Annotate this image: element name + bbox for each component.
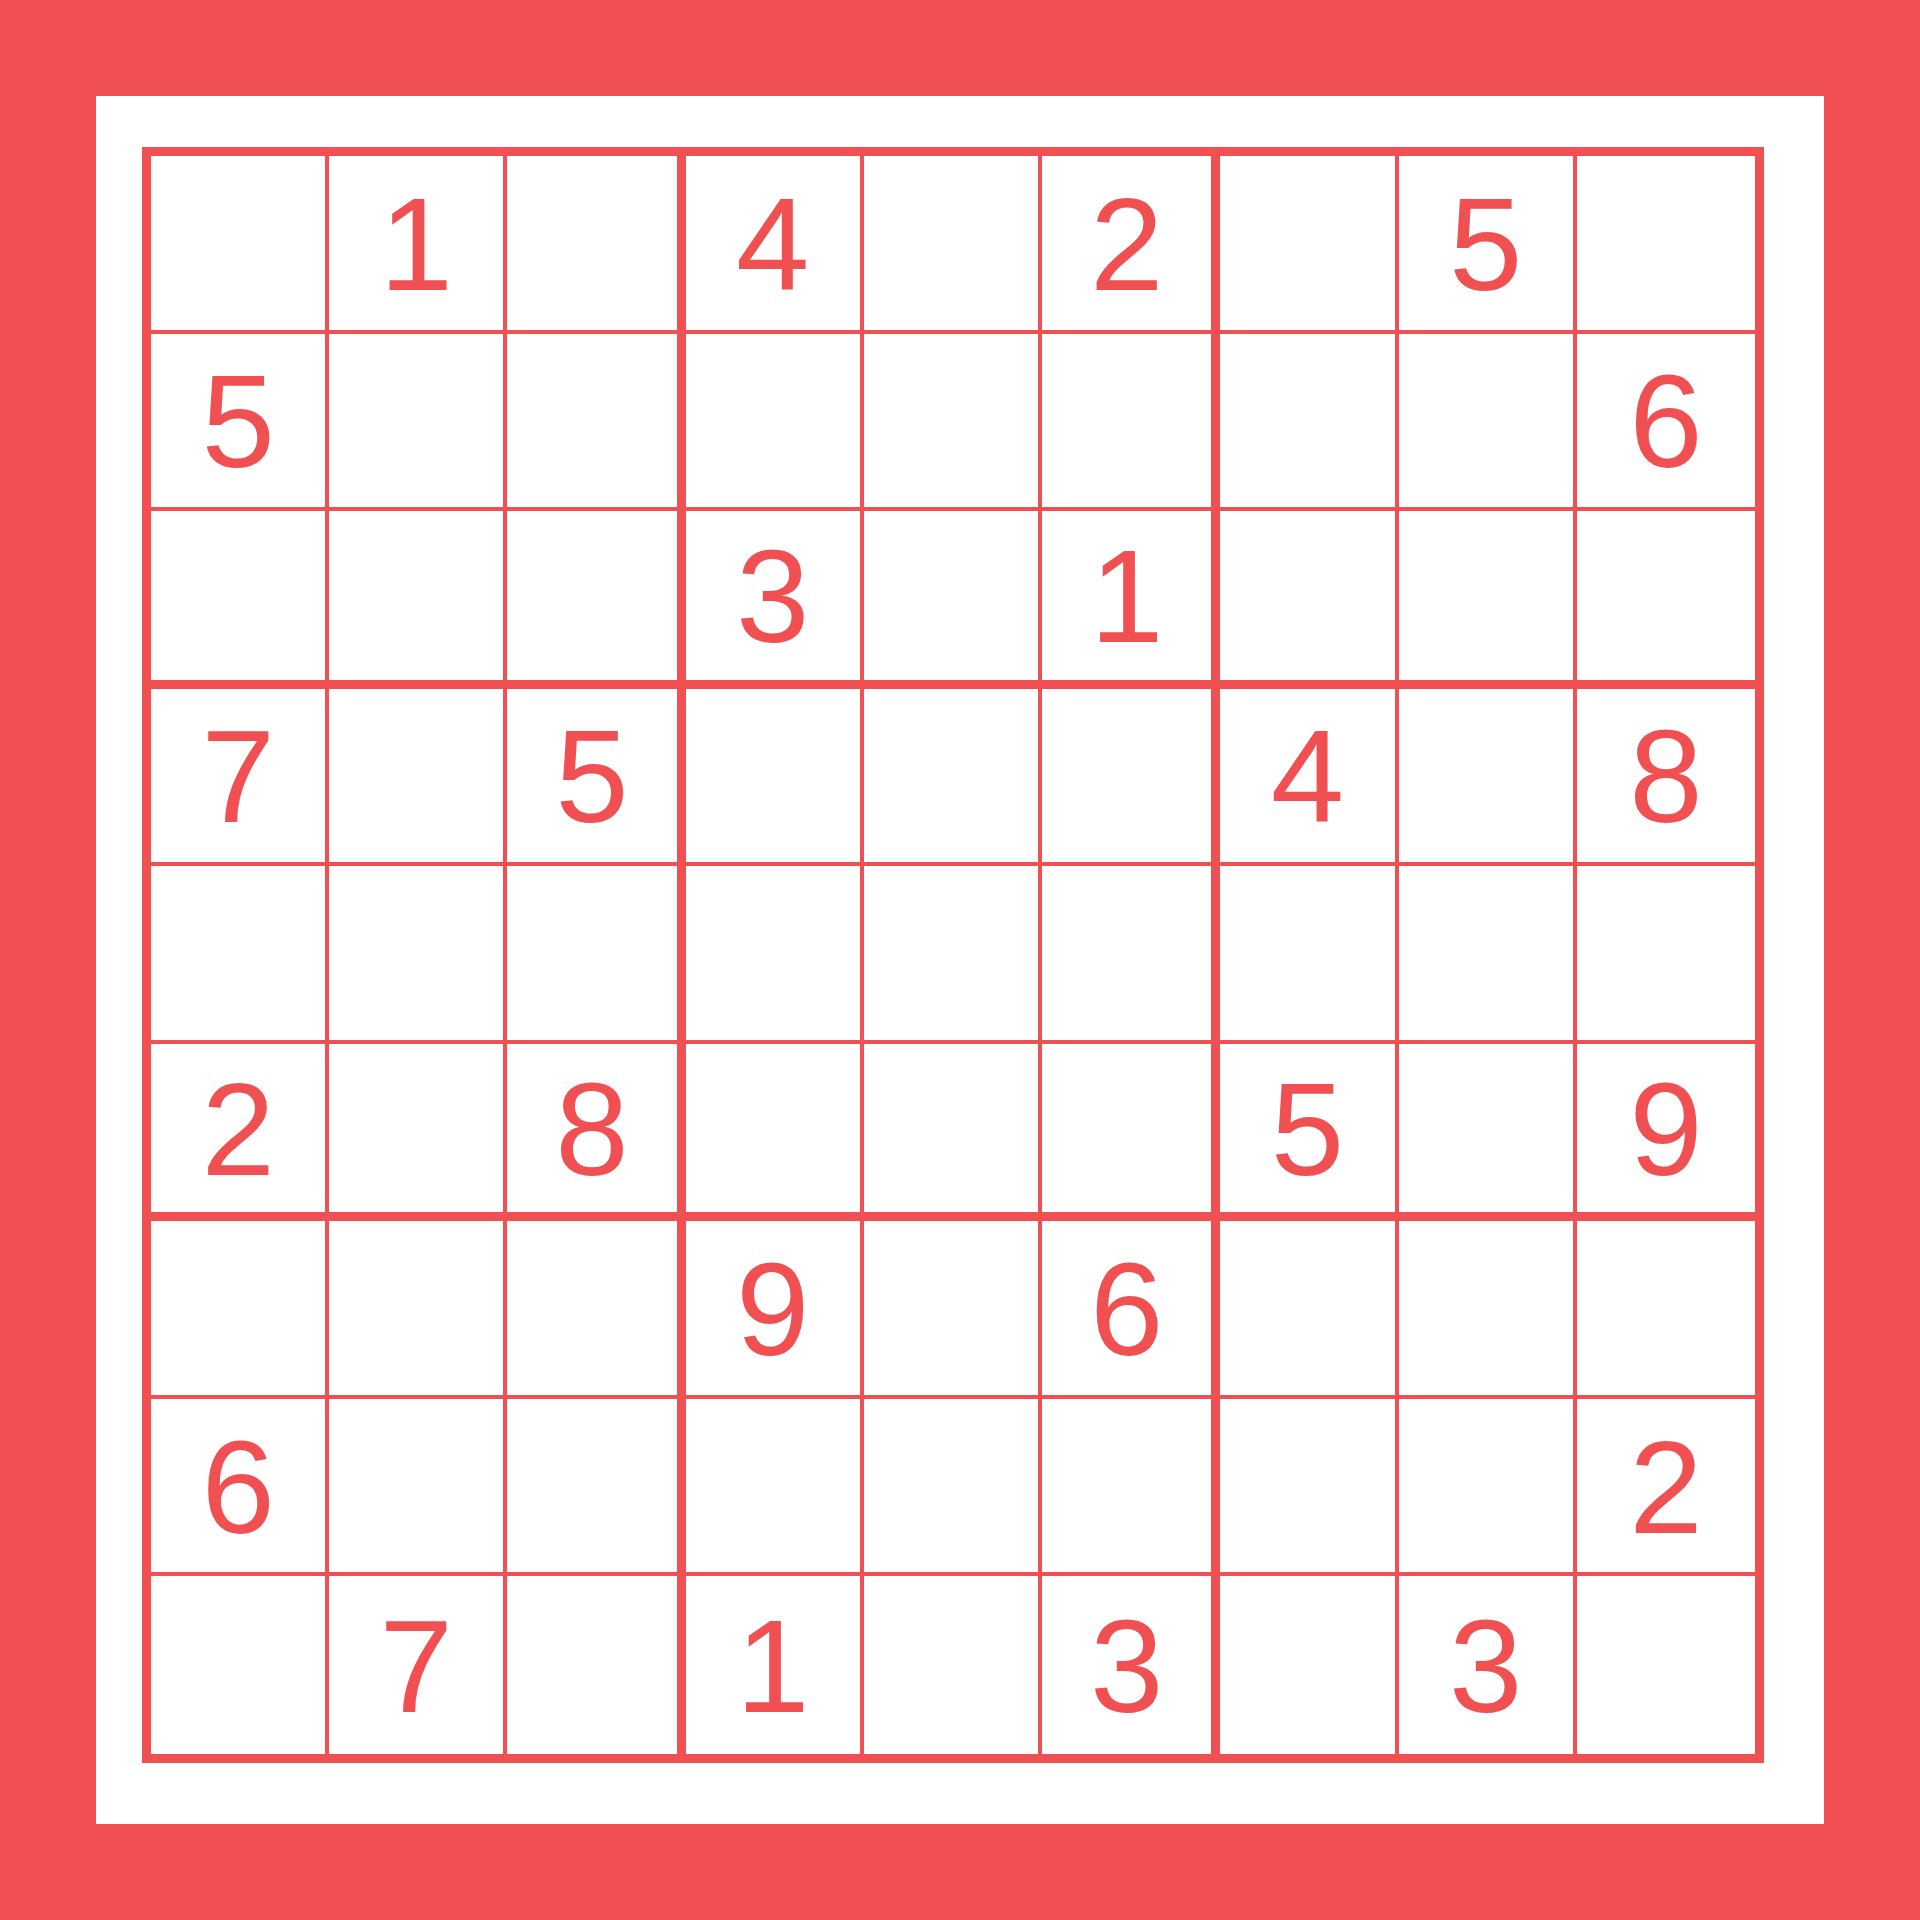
cell-r7c5[interactable] bbox=[864, 1221, 1042, 1399]
digit: 8 bbox=[1629, 711, 1702, 843]
cell-r1c8[interactable]: 5 bbox=[1399, 156, 1577, 334]
cell-r6c5[interactable] bbox=[864, 1044, 1042, 1222]
cell-r8c6[interactable] bbox=[1042, 1399, 1220, 1577]
digit: 3 bbox=[1449, 1601, 1522, 1733]
cell-r2c1[interactable]: 5 bbox=[151, 334, 329, 512]
cell-r4c6[interactable] bbox=[1042, 689, 1220, 867]
cell-r9c5[interactable] bbox=[864, 1576, 1042, 1754]
digit: 8 bbox=[555, 1064, 628, 1196]
cell-r8c2[interactable] bbox=[329, 1399, 507, 1577]
cell-r4c8[interactable] bbox=[1399, 689, 1577, 867]
cell-r6c4[interactable] bbox=[686, 1044, 864, 1222]
digit: 6 bbox=[201, 1422, 274, 1554]
cell-r8c1[interactable]: 6 bbox=[151, 1399, 329, 1577]
cell-r5c4[interactable] bbox=[686, 866, 864, 1044]
cell-r1c7[interactable] bbox=[1220, 156, 1398, 334]
cell-r1c2[interactable]: 1 bbox=[329, 156, 507, 334]
cell-r9c7[interactable] bbox=[1220, 1576, 1398, 1754]
cell-r9c9[interactable] bbox=[1577, 1576, 1755, 1754]
cell-r3c8[interactable] bbox=[1399, 511, 1577, 689]
cell-r3c7[interactable] bbox=[1220, 511, 1398, 689]
cell-r8c9[interactable]: 2 bbox=[1577, 1399, 1755, 1577]
cell-r4c4[interactable] bbox=[686, 689, 864, 867]
cell-r6c9[interactable]: 9 bbox=[1577, 1044, 1755, 1222]
cell-r8c3[interactable] bbox=[507, 1399, 685, 1577]
cell-r7c2[interactable] bbox=[329, 1221, 507, 1399]
cell-r4c1[interactable]: 7 bbox=[151, 689, 329, 867]
cell-r5c5[interactable] bbox=[864, 866, 1042, 1044]
cell-r4c5[interactable] bbox=[864, 689, 1042, 867]
digit: 2 bbox=[1090, 179, 1163, 311]
page-background: 142556317548285996627133 bbox=[0, 0, 1920, 1920]
cell-r6c3[interactable]: 8 bbox=[507, 1044, 685, 1222]
cell-r1c4[interactable]: 4 bbox=[686, 156, 864, 334]
cell-r6c7[interactable]: 5 bbox=[1220, 1044, 1398, 1222]
cell-r7c4[interactable]: 9 bbox=[686, 1221, 864, 1399]
cell-r8c4[interactable] bbox=[686, 1399, 864, 1577]
sudoku-board: 142556317548285996627133 bbox=[142, 147, 1764, 1763]
cell-r5c9[interactable] bbox=[1577, 866, 1755, 1044]
cell-r7c7[interactable] bbox=[1220, 1221, 1398, 1399]
cell-r1c6[interactable]: 2 bbox=[1042, 156, 1220, 334]
cell-r2c4[interactable] bbox=[686, 334, 864, 512]
cell-r2c7[interactable] bbox=[1220, 334, 1398, 512]
cell-r3c4[interactable]: 3 bbox=[686, 511, 864, 689]
digit: 5 bbox=[1271, 1064, 1344, 1196]
cell-r3c3[interactable] bbox=[507, 511, 685, 689]
cell-r6c8[interactable] bbox=[1399, 1044, 1577, 1222]
cell-r1c1[interactable] bbox=[151, 156, 329, 334]
cell-r2c8[interactable] bbox=[1399, 334, 1577, 512]
digit: 2 bbox=[1629, 1422, 1702, 1554]
cell-r4c2[interactable] bbox=[329, 689, 507, 867]
cell-r8c5[interactable] bbox=[864, 1399, 1042, 1577]
cell-r1c3[interactable] bbox=[507, 156, 685, 334]
digit: 5 bbox=[201, 356, 274, 488]
cell-r2c2[interactable] bbox=[329, 334, 507, 512]
digit: 5 bbox=[1449, 179, 1522, 311]
cell-r9c2[interactable]: 7 bbox=[329, 1576, 507, 1754]
digit: 1 bbox=[1090, 531, 1163, 663]
cell-r2c5[interactable] bbox=[864, 334, 1042, 512]
cell-r3c9[interactable] bbox=[1577, 511, 1755, 689]
cell-r5c7[interactable] bbox=[1220, 866, 1398, 1044]
cell-r7c6[interactable]: 6 bbox=[1042, 1221, 1220, 1399]
cell-r7c3[interactable] bbox=[507, 1221, 685, 1399]
cell-r5c6[interactable] bbox=[1042, 866, 1220, 1044]
cell-r2c3[interactable] bbox=[507, 334, 685, 512]
digit: 9 bbox=[1629, 1064, 1702, 1196]
cell-r6c1[interactable]: 2 bbox=[151, 1044, 329, 1222]
cell-r9c6[interactable]: 3 bbox=[1042, 1576, 1220, 1754]
cell-r9c4[interactable]: 1 bbox=[686, 1576, 864, 1754]
digit: 3 bbox=[1090, 1601, 1163, 1733]
cell-r8c7[interactable] bbox=[1220, 1399, 1398, 1577]
cell-r4c9[interactable]: 8 bbox=[1577, 689, 1755, 867]
digit: 3 bbox=[736, 531, 809, 663]
digit: 5 bbox=[555, 711, 628, 843]
cell-r3c1[interactable] bbox=[151, 511, 329, 689]
cell-r5c3[interactable] bbox=[507, 866, 685, 1044]
cell-r9c8[interactable]: 3 bbox=[1399, 1576, 1577, 1754]
digit: 1 bbox=[380, 179, 453, 311]
cell-r5c8[interactable] bbox=[1399, 866, 1577, 1044]
cell-r4c3[interactable]: 5 bbox=[507, 689, 685, 867]
cell-r4c7[interactable]: 4 bbox=[1220, 689, 1398, 867]
cell-r9c1[interactable] bbox=[151, 1576, 329, 1754]
cell-r3c6[interactable]: 1 bbox=[1042, 511, 1220, 689]
digit: 6 bbox=[1090, 1244, 1163, 1376]
digit: 4 bbox=[1271, 711, 1344, 843]
digit: 1 bbox=[736, 1601, 809, 1733]
digit: 6 bbox=[1629, 356, 1702, 488]
digit: 7 bbox=[380, 1601, 453, 1733]
cell-r9c3[interactable] bbox=[507, 1576, 685, 1754]
cell-r3c2[interactable] bbox=[329, 511, 507, 689]
digit: 9 bbox=[736, 1244, 809, 1376]
digit: 4 bbox=[736, 179, 809, 311]
cell-r6c2[interactable] bbox=[329, 1044, 507, 1222]
cell-r1c9[interactable] bbox=[1577, 156, 1755, 334]
digit: 7 bbox=[201, 711, 274, 843]
cell-r7c9[interactable] bbox=[1577, 1221, 1755, 1399]
cell-r7c1[interactable] bbox=[151, 1221, 329, 1399]
cell-r2c6[interactable] bbox=[1042, 334, 1220, 512]
cell-r6c6[interactable] bbox=[1042, 1044, 1220, 1222]
cell-r5c1[interactable] bbox=[151, 866, 329, 1044]
cell-r5c2[interactable] bbox=[329, 866, 507, 1044]
cell-r8c8[interactable] bbox=[1399, 1399, 1577, 1577]
cell-r3c5[interactable] bbox=[864, 511, 1042, 689]
cell-r7c8[interactable] bbox=[1399, 1221, 1577, 1399]
cell-r2c9[interactable]: 6 bbox=[1577, 334, 1755, 512]
cell-r1c5[interactable] bbox=[864, 156, 1042, 334]
digit: 2 bbox=[201, 1064, 274, 1196]
